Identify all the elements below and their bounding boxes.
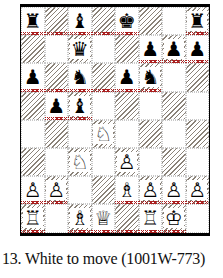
square-a2: ♙ <box>21 176 45 204</box>
square-g2: ♙ <box>162 176 186 204</box>
piece-black-bishop-c5: ♝ <box>70 96 90 116</box>
piece-white-king-g1: ♔ <box>164 208 184 228</box>
square-c1: ♗ <box>68 204 92 232</box>
square-e4 <box>115 120 139 148</box>
piece-black-knight-c6: ♞ <box>70 67 90 87</box>
piece-white-pawn-h2: ♙ <box>187 180 207 200</box>
square-a4 <box>21 120 45 148</box>
piece-black-king-e8: ♚ <box>117 11 137 31</box>
square-h1 <box>186 204 210 232</box>
square-g6 <box>162 63 186 91</box>
square-g8 <box>162 7 186 35</box>
square-h3 <box>186 148 210 176</box>
square-b8 <box>45 7 69 35</box>
piece-black-pawn-f7: ♟ <box>140 39 160 59</box>
square-c3: ♘ <box>68 148 92 176</box>
square-h7: ♟ <box>186 35 210 63</box>
square-h6 <box>186 63 210 91</box>
square-a7 <box>21 35 45 63</box>
square-e7 <box>115 35 139 63</box>
square-c7: ♛ <box>68 35 92 63</box>
square-c8: ♝ <box>68 7 92 35</box>
square-c2 <box>68 176 92 204</box>
square-e5 <box>115 92 139 120</box>
square-a6: ♟ <box>21 63 45 91</box>
square-f4 <box>139 120 163 148</box>
square-h5 <box>186 92 210 120</box>
square-c5: ♝ <box>68 92 92 120</box>
piece-black-pawn-b5: ♟ <box>46 96 66 116</box>
square-d6 <box>92 63 116 91</box>
square-b6 <box>45 63 69 91</box>
square-f1: ♖ <box>139 204 163 232</box>
square-d4: ♘ <box>92 120 116 148</box>
square-a1: ♖ <box>21 204 45 232</box>
square-f2: ♙ <box>139 176 163 204</box>
square-h2: ♙ <box>186 176 210 204</box>
board-frame: ♜♝♚♜♛♟♟♟♟♞♟♞♟♝♘♘♙♙♙♗♙♙♙♖♗♕♖♔ <box>20 4 210 236</box>
square-g7: ♟ <box>162 35 186 63</box>
square-e3: ♙ <box>115 148 139 176</box>
square-e8: ♚ <box>115 7 139 35</box>
piece-white-pawn-b2: ♙ <box>46 180 66 200</box>
piece-white-bishop-e2: ♗ <box>117 180 137 200</box>
piece-white-bishop-c1: ♗ <box>70 208 90 228</box>
piece-white-pawn-a2: ♙ <box>23 180 43 200</box>
piece-black-pawn-g7: ♟ <box>164 39 184 59</box>
square-e1 <box>115 204 139 232</box>
piece-white-rook-a1: ♖ <box>23 208 43 228</box>
square-a5 <box>21 92 45 120</box>
chess-board: ♜♝♚♜♛♟♟♟♟♞♟♞♟♝♘♘♙♙♙♗♙♙♙♖♗♕♖♔ <box>21 7 209 233</box>
piece-black-pawn-a6: ♟ <box>23 67 43 87</box>
diagram-page: ♜♝♚♜♛♟♟♟♟♞♟♞♟♝♘♘♙♙♙♗♙♙♙♖♗♕♖♔ 13. White t… <box>0 0 223 278</box>
piece-black-bishop-c8: ♝ <box>70 11 90 31</box>
square-b2: ♙ <box>45 176 69 204</box>
square-f3 <box>139 148 163 176</box>
square-f7: ♟ <box>139 35 163 63</box>
square-f6: ♞ <box>139 63 163 91</box>
square-h8: ♜ <box>186 7 210 35</box>
piece-white-rook-f1: ♖ <box>140 208 160 228</box>
piece-white-knight-c3: ♘ <box>70 152 90 172</box>
square-b4 <box>45 120 69 148</box>
square-g5 <box>162 92 186 120</box>
square-e2: ♗ <box>115 176 139 204</box>
piece-black-knight-f6: ♞ <box>140 67 160 87</box>
piece-white-knight-d4: ♘ <box>93 124 113 144</box>
square-d1: ♕ <box>92 204 116 232</box>
piece-white-queen-d1: ♕ <box>93 208 113 228</box>
piece-white-pawn-e3: ♙ <box>117 152 137 172</box>
square-g3 <box>162 148 186 176</box>
square-g4 <box>162 120 186 148</box>
square-f8 <box>139 7 163 35</box>
piece-black-queen-c7: ♛ <box>70 39 90 59</box>
square-b3 <box>45 148 69 176</box>
square-d2 <box>92 176 116 204</box>
square-d3 <box>92 148 116 176</box>
diagram-caption: 13. White to move (1001W-773) <box>2 250 222 268</box>
square-b7 <box>45 35 69 63</box>
piece-black-pawn-e6: ♟ <box>117 67 137 87</box>
square-a3 <box>21 148 45 176</box>
piece-white-pawn-g2: ♙ <box>164 180 184 200</box>
square-d7 <box>92 35 116 63</box>
square-a8: ♜ <box>21 7 45 35</box>
piece-black-rook-h8: ♜ <box>187 11 207 31</box>
square-d5 <box>92 92 116 120</box>
square-b1 <box>45 204 69 232</box>
square-c4 <box>68 120 92 148</box>
square-c6: ♞ <box>68 63 92 91</box>
square-f5 <box>139 92 163 120</box>
square-h4 <box>186 120 210 148</box>
piece-white-pawn-f2: ♙ <box>140 180 160 200</box>
square-e6: ♟ <box>115 63 139 91</box>
square-d8 <box>92 7 116 35</box>
square-b5: ♟ <box>45 92 69 120</box>
piece-black-rook-a8: ♜ <box>23 11 43 31</box>
piece-black-pawn-h7: ♟ <box>187 39 207 59</box>
square-g1: ♔ <box>162 204 186 232</box>
